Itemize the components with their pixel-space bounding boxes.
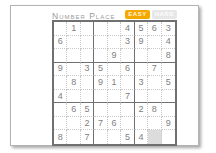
cell-r5c9[interactable]: 5 <box>162 76 175 90</box>
cell-r1c6[interactable]: 4 <box>121 22 134 36</box>
cell-r9c9[interactable] <box>162 130 175 144</box>
cell-r6c8[interactable] <box>148 90 161 104</box>
cell-r8c9[interactable]: 9 <box>162 117 175 131</box>
cell-r8c8[interactable] <box>148 117 161 131</box>
cell-r2c2[interactable] <box>67 36 80 50</box>
cell-r7c5[interactable] <box>108 103 121 117</box>
cell-r3c9[interactable]: 8 <box>162 49 175 63</box>
cell-r5c4[interactable]: 9 <box>94 76 107 90</box>
cell-r7c1[interactable] <box>54 103 67 117</box>
cell-r5c6[interactable] <box>121 76 134 90</box>
cell-r2c1[interactable]: 6 <box>54 36 67 50</box>
cell-r2c9[interactable]: 4 <box>162 36 175 50</box>
cell-r7c6[interactable] <box>121 103 134 117</box>
cell-r1c9[interactable]: 3 <box>162 22 175 36</box>
cell-r2c5[interactable] <box>108 36 121 50</box>
cell-r2c7[interactable]: 9 <box>135 36 148 50</box>
cell-r5c2[interactable]: 8 <box>67 76 80 90</box>
cell-r1c3[interactable] <box>81 22 94 36</box>
cell-r8c4[interactable]: 7 <box>94 117 107 131</box>
cell-r5c8[interactable] <box>148 76 161 90</box>
cell-r9c7[interactable]: 4 <box>135 130 148 144</box>
cell-r1c7[interactable]: 5 <box>135 22 148 36</box>
cell-r7c2[interactable]: 6 <box>67 103 80 117</box>
cell-r5c3[interactable] <box>81 76 94 90</box>
cell-r4c8[interactable]: 7 <box>148 63 161 77</box>
cell-r1c2[interactable]: 1 <box>67 22 80 36</box>
cell-r2c8[interactable] <box>148 36 161 50</box>
cell-r9c4[interactable] <box>94 130 107 144</box>
sudoku-grid: 14563639498935678913547652827698754 <box>52 20 177 146</box>
cell-r4c3[interactable]: 3 <box>81 63 94 77</box>
cell-r8c3[interactable]: 2 <box>81 117 94 131</box>
cell-r6c5[interactable] <box>108 90 121 104</box>
cell-r9c8[interactable] <box>148 130 161 144</box>
cell-r8c7[interactable] <box>135 117 148 131</box>
cell-r3c8[interactable] <box>148 49 161 63</box>
cell-r6c4[interactable] <box>94 90 107 104</box>
cell-r9c3[interactable]: 7 <box>81 130 94 144</box>
cell-r3c4[interactable] <box>94 49 107 63</box>
cell-r5c1[interactable] <box>54 76 67 90</box>
cell-r3c2[interactable] <box>67 49 80 63</box>
cell-r9c5[interactable] <box>108 130 121 144</box>
cell-r4c7[interactable] <box>135 63 148 77</box>
cell-r7c7[interactable]: 2 <box>135 103 148 117</box>
cell-r8c2[interactable] <box>67 117 80 131</box>
cell-r3c1[interactable] <box>54 49 67 63</box>
cell-r3c6[interactable] <box>121 49 134 63</box>
cell-r4c5[interactable] <box>108 63 121 77</box>
cell-r6c7[interactable] <box>135 90 148 104</box>
cell-r1c1[interactable] <box>54 22 67 36</box>
cell-r6c9[interactable] <box>162 90 175 104</box>
page-title: Number Place <box>52 11 116 21</box>
cell-r1c8[interactable]: 6 <box>148 22 161 36</box>
page-background: Number Place EASY HARD 14563639498935678… <box>0 0 216 153</box>
cell-r7c9[interactable] <box>162 103 175 117</box>
cell-r8c6[interactable] <box>121 117 134 131</box>
game-card: Number Place EASY HARD 14563639498935678… <box>10 5 199 146</box>
cell-r3c7[interactable] <box>135 49 148 63</box>
cell-r1c5[interactable] <box>108 22 121 36</box>
cell-r6c1[interactable]: 4 <box>54 90 67 104</box>
cell-r7c4[interactable] <box>94 103 107 117</box>
hard-button[interactable]: HARD <box>152 10 177 19</box>
cell-r8c5[interactable]: 6 <box>108 117 121 131</box>
cell-r9c1[interactable]: 8 <box>54 130 67 144</box>
cell-r4c6[interactable]: 6 <box>121 63 134 77</box>
cell-r4c2[interactable] <box>67 63 80 77</box>
cell-r3c5[interactable]: 9 <box>108 49 121 63</box>
cell-r8c1[interactable] <box>54 117 67 131</box>
cell-r2c4[interactable] <box>94 36 107 50</box>
cell-r5c5[interactable]: 1 <box>108 76 121 90</box>
cell-r4c4[interactable]: 5 <box>94 63 107 77</box>
cell-r7c3[interactable]: 5 <box>81 103 94 117</box>
header-bar: Number Place EASY HARD <box>52 8 177 20</box>
cell-r6c6[interactable]: 7 <box>121 90 134 104</box>
cell-r4c1[interactable]: 9 <box>54 63 67 77</box>
cell-r5c7[interactable]: 3 <box>135 76 148 90</box>
cell-r4c9[interactable] <box>162 63 175 77</box>
cell-r6c2[interactable] <box>67 90 80 104</box>
cell-r6c3[interactable] <box>81 90 94 104</box>
cell-r9c2[interactable] <box>67 130 80 144</box>
easy-button[interactable]: EASY <box>125 10 149 19</box>
difficulty-buttons: EASY HARD <box>125 10 177 19</box>
cell-r1c4[interactable] <box>94 22 107 36</box>
cell-r7c8[interactable]: 8 <box>148 103 161 117</box>
cell-r9c6[interactable]: 5 <box>121 130 134 144</box>
cell-r2c3[interactable] <box>81 36 94 50</box>
cell-r2c6[interactable]: 3 <box>121 36 134 50</box>
cell-r3c3[interactable] <box>81 49 94 63</box>
